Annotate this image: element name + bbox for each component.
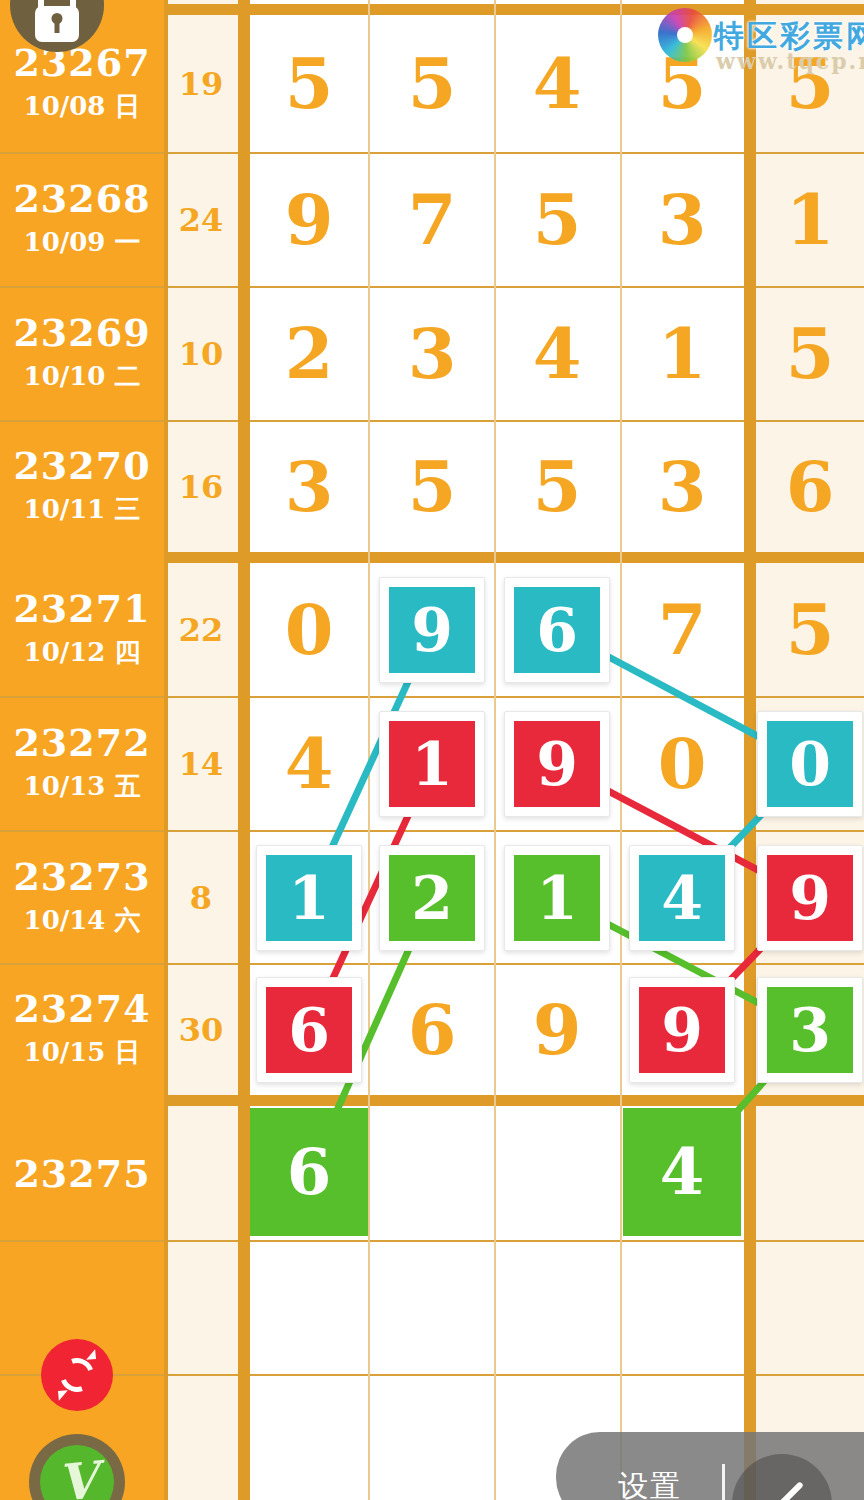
digit-cell-23268-c1[interactable]: 9 xyxy=(285,185,334,255)
mark-green: 1 xyxy=(514,855,600,941)
mark-frame: 9 xyxy=(504,711,610,817)
digit-cell-23274-c2[interactable]: 6 xyxy=(408,995,457,1065)
mark-teal: 9 xyxy=(389,587,475,673)
marked-cell-23274-c4[interactable]: 9 xyxy=(629,977,735,1083)
mark-red: 9 xyxy=(767,855,853,941)
issue-label-23268: 23268 xyxy=(13,176,150,221)
draw-date: 10/15 日 xyxy=(24,1035,141,1070)
site-url: www.tqcp.net xyxy=(716,48,864,74)
issue-label-23274: 23274 xyxy=(13,986,150,1031)
marked-cell-23271-c2[interactable]: 9 xyxy=(379,577,485,683)
lock-icon xyxy=(35,6,79,42)
cell-digit: 9 xyxy=(789,868,831,928)
cell-digit: 1 xyxy=(288,868,330,928)
draw-button[interactable] xyxy=(732,1454,832,1500)
digit-cell-23267-c2[interactable]: 5 xyxy=(408,49,457,119)
mark-red: 9 xyxy=(514,721,600,807)
mark-green: 3 xyxy=(767,987,853,1073)
cell-digit: 1 xyxy=(536,868,578,928)
marked-cell-23274-c5[interactable]: 3 xyxy=(757,977,863,1083)
mark-red: 6 xyxy=(266,987,352,1073)
marked-cell-23273-c3[interactable]: 1 xyxy=(504,845,610,951)
mark-frame: 2 xyxy=(379,845,485,951)
site-logo-spiral-icon xyxy=(658,8,712,62)
issue-label-23272: 23272 xyxy=(13,720,150,765)
count-value: 30 xyxy=(179,1011,224,1049)
issue-label-23273: 23273 xyxy=(13,853,150,898)
count-value: 8 xyxy=(190,879,212,917)
marked-cell-23271-c3[interactable]: 6 xyxy=(504,577,610,683)
marked-cell-23275-c1[interactable]: 6 xyxy=(250,1108,368,1236)
digit-cell-23269-c1[interactable]: 2 xyxy=(285,319,334,389)
mark-frame: 4 xyxy=(629,845,735,951)
marked-cell-23275-c4[interactable]: 4 xyxy=(623,1108,741,1236)
digit-cell-23270-c3[interactable]: 5 xyxy=(533,452,582,522)
settings-toolbar: 设置 xyxy=(556,1432,864,1500)
draw-date: 10/09 一 xyxy=(24,225,141,260)
draw-date: 10/14 六 xyxy=(24,902,141,937)
mark-frame: 1 xyxy=(504,845,610,951)
mark-teal: 6 xyxy=(514,587,600,673)
mark-teal: 4 xyxy=(639,855,725,941)
mark-green: 2 xyxy=(389,855,475,941)
draw-date: 10/11 三 xyxy=(24,492,141,527)
digit-cell-23268-c5[interactable]: 1 xyxy=(786,185,835,255)
cell-digit: 6 xyxy=(287,1140,332,1204)
mark-teal: 0 xyxy=(767,721,853,807)
mark-frame: 6 xyxy=(504,577,610,683)
lottery-trend-chart-screen: 2326710/08 日19554552326810/09 一249753123… xyxy=(0,0,864,1500)
marked-cell-23273-c4[interactable]: 4 xyxy=(629,845,735,951)
digit-cell-23267-c3[interactable]: 4 xyxy=(533,49,582,119)
count-value: 19 xyxy=(179,65,224,103)
draw-date: 10/13 五 xyxy=(24,769,141,804)
digit-cell-23270-c1[interactable]: 3 xyxy=(285,452,334,522)
marked-cell-23274-c1[interactable]: 6 xyxy=(256,977,362,1083)
digit-cell-23272-c1[interactable]: 4 xyxy=(285,729,334,799)
draw-date: 10/12 四 xyxy=(24,634,141,669)
count-value: 22 xyxy=(179,611,224,649)
marked-cell-23273-c5[interactable]: 9 xyxy=(757,845,863,951)
mark-frame: 9 xyxy=(629,977,735,1083)
digit-cell-23270-c2[interactable]: 5 xyxy=(408,452,457,522)
mark-frame: 9 xyxy=(757,845,863,951)
digit-cell-23268-c4[interactable]: 3 xyxy=(658,185,707,255)
checkmark-icon: V xyxy=(40,1445,114,1500)
pencil-icon xyxy=(760,1481,804,1500)
settings-button[interactable]: 设置 xyxy=(618,1466,682,1500)
mark-frame: 6 xyxy=(256,977,362,1083)
marked-cell-23272-c2[interactable]: 1 xyxy=(379,711,485,817)
toolbar-divider xyxy=(722,1464,725,1500)
count-value: 24 xyxy=(179,201,224,239)
cell-digit: 9 xyxy=(536,734,578,794)
cell-digit: 1 xyxy=(411,734,453,794)
digit-cell-23270-c4[interactable]: 3 xyxy=(658,452,707,522)
mark-frame: 1 xyxy=(379,711,485,817)
mark-red: 9 xyxy=(639,987,725,1073)
refresh-button[interactable] xyxy=(41,1339,113,1411)
cell-digit: 4 xyxy=(661,868,703,928)
mark-red: 1 xyxy=(389,721,475,807)
marked-cell-23273-c2[interactable]: 2 xyxy=(379,845,485,951)
issue-label-23275: 23275 xyxy=(13,1151,150,1196)
cell-digit: 4 xyxy=(660,1140,705,1204)
cell-digit: 6 xyxy=(288,1000,330,1060)
cell-digit: 3 xyxy=(789,1000,831,1060)
keyhole-stem xyxy=(55,22,60,33)
digit-cell-23274-c3[interactable]: 9 xyxy=(533,995,582,1065)
digit-cell-23270-c5[interactable]: 6 xyxy=(786,452,835,522)
digit-cell-23269-c2[interactable]: 3 xyxy=(408,319,457,389)
marked-cell-23273-c1[interactable]: 1 xyxy=(256,845,362,951)
digit-cell-23269-c5[interactable]: 5 xyxy=(786,319,835,389)
digit-cell-23271-c5[interactable]: 5 xyxy=(786,595,835,665)
issue-label-23271: 23271 xyxy=(13,585,150,630)
digit-cell-23268-c3[interactable]: 5 xyxy=(533,185,582,255)
digit-cell-23267-c1[interactable]: 5 xyxy=(285,49,334,119)
draw-date: 10/10 二 xyxy=(24,359,141,394)
digit-cell-23268-c2[interactable]: 7 xyxy=(408,185,457,255)
marked-cell-23272-c5[interactable]: 0 xyxy=(757,711,863,817)
issue-label-23270: 23270 xyxy=(13,443,150,488)
cell-digit: 2 xyxy=(411,868,453,928)
count-value: 16 xyxy=(179,468,224,506)
cell-digit: 6 xyxy=(536,600,578,660)
mark-frame: 0 xyxy=(757,711,863,817)
mark-teal: 1 xyxy=(266,855,352,941)
digit-cell-23271-c1[interactable]: 0 xyxy=(285,595,334,665)
digit-cell-23272-c4[interactable]: 0 xyxy=(658,729,707,799)
mark-frame: 1 xyxy=(256,845,362,951)
count-value: 10 xyxy=(179,335,224,373)
cell-digit: 9 xyxy=(661,1000,703,1060)
digit-cell-23271-c4[interactable]: 7 xyxy=(658,595,707,665)
digit-cell-23269-c3[interactable]: 4 xyxy=(533,319,582,389)
cell-digit: 9 xyxy=(411,600,453,660)
cell-digit: 0 xyxy=(789,734,831,794)
mark-frame: 9 xyxy=(379,577,485,683)
draw-date: 10/08 日 xyxy=(24,88,141,123)
count-value: 14 xyxy=(179,745,224,783)
marked-cell-23272-c3[interactable]: 9 xyxy=(504,711,610,817)
digit-cell-23269-c4[interactable]: 1 xyxy=(658,319,707,389)
issue-label-23269: 23269 xyxy=(13,310,150,355)
mark-frame: 3 xyxy=(757,977,863,1083)
